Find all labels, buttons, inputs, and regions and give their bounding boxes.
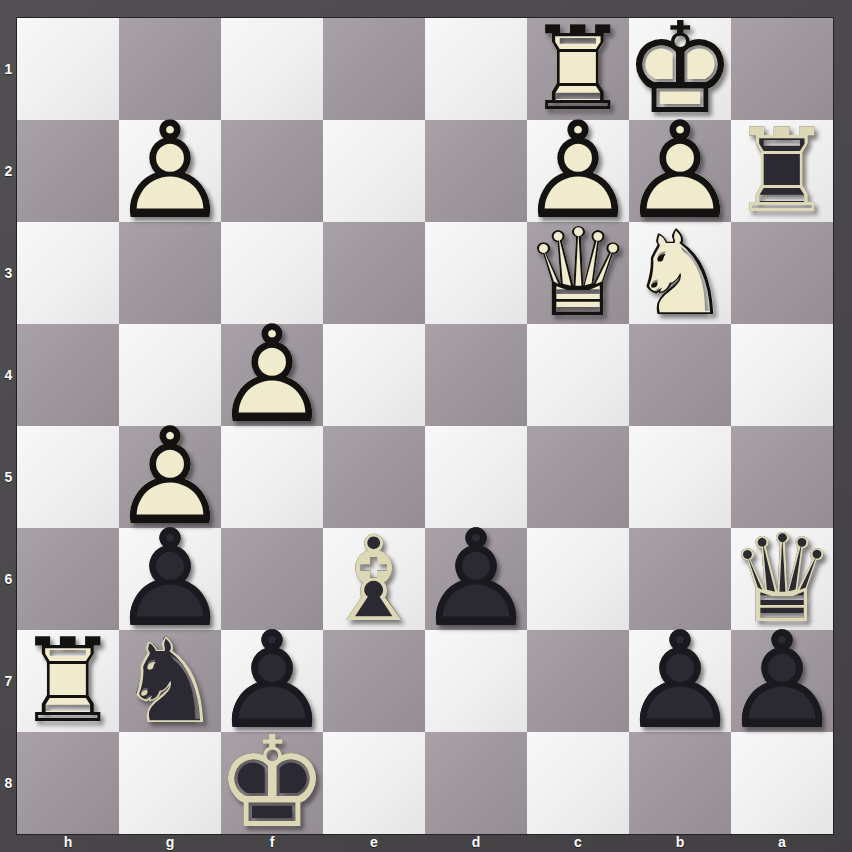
black-knight-piece[interactable]: ♞♘ (119, 630, 221, 732)
square-e3[interactable] (323, 222, 425, 324)
white-rook-outline-icon: ♖ (17, 630, 119, 732)
black-pawn-piece[interactable]: ♟♙ (425, 528, 527, 630)
file-labels-row: hgfedcba (17, 833, 833, 852)
board: ♜♖♚♔♟♙♟♙♟♙♜♖♛♕♞♘♟♙♟♙♟♙♝♗♟♙♛♕♜♖♞♘♟♙♟♙♟♙♚♔ (17, 18, 833, 834)
chess-board-frame: 12345678 ♜♖♚♔♟♙♟♙♟♙♜♖♛♕♞♘♟♙♟♙♟♙♝♗♟♙♛♕♜♖♞… (0, 0, 852, 852)
black-king-piece[interactable]: ♚♔ (221, 732, 323, 834)
file-label-e: e (323, 833, 425, 852)
white-pawn-outline-icon: ♙ (221, 324, 323, 426)
square-b3[interactable]: ♞♘ (629, 222, 731, 324)
square-h1[interactable] (17, 18, 119, 120)
square-c5[interactable] (527, 426, 629, 528)
black-bishop-piece[interactable]: ♝♗ (323, 528, 425, 630)
black-pawn-piece[interactable]: ♟♙ (629, 630, 731, 732)
white-queen-piece[interactable]: ♛♕ (527, 222, 629, 324)
file-label-b: b (629, 833, 731, 852)
square-f4[interactable]: ♟♙ (221, 324, 323, 426)
rank-label-3: 3 (0, 222, 17, 324)
rank-label-7: 7 (0, 630, 17, 732)
square-e1[interactable] (323, 18, 425, 120)
white-knight-piece[interactable]: ♞♘ (629, 222, 731, 324)
square-c8[interactable] (527, 732, 629, 834)
file-label-a: a (731, 833, 833, 852)
rank-label-5: 5 (0, 426, 17, 528)
rank-label-2: 2 (0, 120, 17, 222)
square-g2[interactable]: ♟♙ (119, 120, 221, 222)
square-f8[interactable]: ♚♔ (221, 732, 323, 834)
square-a2[interactable]: ♜♖ (731, 120, 833, 222)
rank-labels-column: 12345678 (0, 18, 17, 834)
file-label-h: h (17, 833, 119, 852)
square-d8[interactable] (425, 732, 527, 834)
square-d4[interactable] (425, 324, 527, 426)
square-e2[interactable] (323, 120, 425, 222)
black-rook-outline-icon: ♖ (731, 120, 833, 222)
file-label-c: c (527, 833, 629, 852)
square-c3[interactable]: ♛♕ (527, 222, 629, 324)
square-c6[interactable] (527, 528, 629, 630)
rank-label-6: 6 (0, 528, 17, 630)
black-king-outline-icon: ♔ (221, 732, 323, 834)
black-bishop-outline-icon: ♗ (323, 528, 425, 630)
square-e8[interactable] (323, 732, 425, 834)
square-h2[interactable] (17, 120, 119, 222)
white-pawn-piece[interactable]: ♟♙ (119, 120, 221, 222)
square-b7[interactable]: ♟♙ (629, 630, 731, 732)
black-pawn-piece[interactable]: ♟♙ (731, 630, 833, 732)
white-pawn-outline-icon: ♙ (119, 120, 221, 222)
square-d6[interactable]: ♟♙ (425, 528, 527, 630)
rank-label-4: 4 (0, 324, 17, 426)
black-pawn-outline-icon: ♙ (731, 630, 833, 732)
square-d3[interactable] (425, 222, 527, 324)
white-knight-outline-icon: ♘ (629, 222, 731, 324)
white-queen-outline-icon: ♕ (527, 222, 629, 324)
square-h3[interactable] (17, 222, 119, 324)
square-f1[interactable] (221, 18, 323, 120)
square-f2[interactable] (221, 120, 323, 222)
black-rook-piece[interactable]: ♜♖ (731, 120, 833, 222)
square-d2[interactable] (425, 120, 527, 222)
black-knight-outline-icon: ♘ (119, 630, 221, 732)
square-a4[interactable] (731, 324, 833, 426)
rank-label-8: 8 (0, 732, 17, 834)
square-h4[interactable] (17, 324, 119, 426)
white-rook-piece[interactable]: ♜♖ (17, 630, 119, 732)
square-a7[interactable]: ♟♙ (731, 630, 833, 732)
square-h5[interactable] (17, 426, 119, 528)
square-g7[interactable]: ♞♘ (119, 630, 221, 732)
square-e6[interactable]: ♝♗ (323, 528, 425, 630)
white-pawn-piece[interactable]: ♟♙ (221, 324, 323, 426)
square-d1[interactable] (425, 18, 527, 120)
square-e4[interactable] (323, 324, 425, 426)
rank-label-1: 1 (0, 18, 17, 120)
file-label-g: g (119, 833, 221, 852)
file-label-d: d (425, 833, 527, 852)
square-h7[interactable]: ♜♖ (17, 630, 119, 732)
black-pawn-outline-icon: ♙ (629, 630, 731, 732)
square-c7[interactable] (527, 630, 629, 732)
square-b5[interactable] (629, 426, 731, 528)
black-pawn-outline-icon: ♙ (425, 528, 527, 630)
